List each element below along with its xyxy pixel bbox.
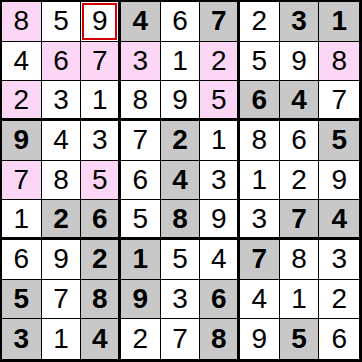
cell-r6c1[interactable]: 1 [2,200,42,240]
cell-r6c5[interactable]: 8 [161,200,201,240]
cell-r9c3[interactable]: 4 [81,319,121,359]
cell-r8c3[interactable]: 8 [81,280,121,320]
cell-r4c7[interactable]: 8 [240,121,280,161]
cell-r4c2[interactable]: 4 [42,121,82,161]
cell-r5c6[interactable]: 3 [200,161,240,201]
cell-r3c7[interactable]: 6 [240,81,280,121]
cell-r7c7[interactable]: 7 [240,240,280,280]
cell-r8c8[interactable]: 1 [280,280,320,320]
cell-r3c2[interactable]: 3 [42,81,82,121]
cell-r2c9[interactable]: 8 [319,42,359,82]
cell-r6c3[interactable]: 6 [81,200,121,240]
cell-r4c8[interactable]: 6 [280,121,320,161]
cell-r8c4[interactable]: 9 [121,280,161,320]
cell-r5c5[interactable]: 4 [161,161,201,201]
cell-r1c7[interactable]: 2 [240,2,280,42]
cell-r1c4[interactable]: 4 [121,2,161,42]
cell-r8c2[interactable]: 7 [42,280,82,320]
cell-r8c5[interactable]: 3 [161,280,201,320]
cell-r2c5[interactable]: 1 [161,42,201,82]
cell-r1c5[interactable]: 6 [161,2,201,42]
cell-r2c2[interactable]: 6 [42,42,82,82]
cell-r3c4[interactable]: 8 [121,81,161,121]
cell-r1c2[interactable]: 5 [42,2,82,42]
cell-r7c1[interactable]: 6 [2,240,42,280]
cell-r5c7[interactable]: 1 [240,161,280,201]
cell-r7c2[interactable]: 9 [42,240,82,280]
cell-r5c2[interactable]: 8 [42,161,82,201]
cell-r2c4[interactable]: 3 [121,42,161,82]
cell-r9c5[interactable]: 7 [161,319,201,359]
cell-r9c4[interactable]: 2 [121,319,161,359]
cell-r4c9[interactable]: 5 [319,121,359,161]
cell-r9c9[interactable]: 6 [319,319,359,359]
cell-r2c3[interactable]: 7 [81,42,121,82]
cell-r1c8[interactable]: 3 [280,2,320,42]
cell-r8c1[interactable]: 5 [2,280,42,320]
cell-r9c7[interactable]: 9 [240,319,280,359]
cell-r6c9[interactable]: 4 [319,200,359,240]
cell-r5c3[interactable]: 5 [81,161,121,201]
cell-r9c6[interactable]: 8 [200,319,240,359]
cell-r7c4[interactable]: 1 [121,240,161,280]
cell-r3c5[interactable]: 9 [161,81,201,121]
cell-r4c6[interactable]: 1 [200,121,240,161]
cell-r8c7[interactable]: 4 [240,280,280,320]
cell-r9c8[interactable]: 5 [280,319,320,359]
cell-r2c8[interactable]: 9 [280,42,320,82]
cell-r8c6[interactable]: 6 [200,280,240,320]
cell-r4c4[interactable]: 7 [121,121,161,161]
cell-r7c9[interactable]: 3 [319,240,359,280]
cell-r4c1[interactable]: 9 [2,121,42,161]
cell-r6c7[interactable]: 3 [240,200,280,240]
cell-r9c1[interactable]: 3 [2,319,42,359]
cell-r2c7[interactable]: 5 [240,42,280,82]
cell-r8c9[interactable]: 2 [319,280,359,320]
cell-r7c3[interactable]: 2 [81,240,121,280]
cell-r5c4[interactable]: 6 [121,161,161,201]
cell-r1c3[interactable]: 9 [81,2,121,42]
cell-r1c1[interactable]: 8 [2,2,42,42]
cell-r3c3[interactable]: 1 [81,81,121,121]
cell-r1c6[interactable]: 7 [200,2,240,42]
cell-r3c1[interactable]: 2 [2,81,42,121]
cell-r5c8[interactable]: 2 [280,161,320,201]
cell-r2c1[interactable]: 4 [2,42,42,82]
sudoku-board: 8594672314673125982318956479437218657856… [0,0,362,362]
cell-r1c9[interactable]: 1 [319,2,359,42]
cell-r6c2[interactable]: 2 [42,200,82,240]
cell-r7c5[interactable]: 5 [161,240,201,280]
cell-r5c9[interactable]: 9 [319,161,359,201]
cell-r6c6[interactable]: 9 [200,200,240,240]
cell-r7c6[interactable]: 4 [200,240,240,280]
cell-r5c1[interactable]: 7 [2,161,42,201]
cell-r9c2[interactable]: 1 [42,319,82,359]
cell-r3c6[interactable]: 5 [200,81,240,121]
cell-r6c4[interactable]: 5 [121,200,161,240]
cell-r7c8[interactable]: 8 [280,240,320,280]
cell-r6c8[interactable]: 7 [280,200,320,240]
cell-r3c9[interactable]: 7 [319,81,359,121]
cell-r2c6[interactable]: 2 [200,42,240,82]
cell-r4c5[interactable]: 2 [161,121,201,161]
cell-r4c3[interactable]: 3 [81,121,121,161]
cell-r3c8[interactable]: 4 [280,81,320,121]
